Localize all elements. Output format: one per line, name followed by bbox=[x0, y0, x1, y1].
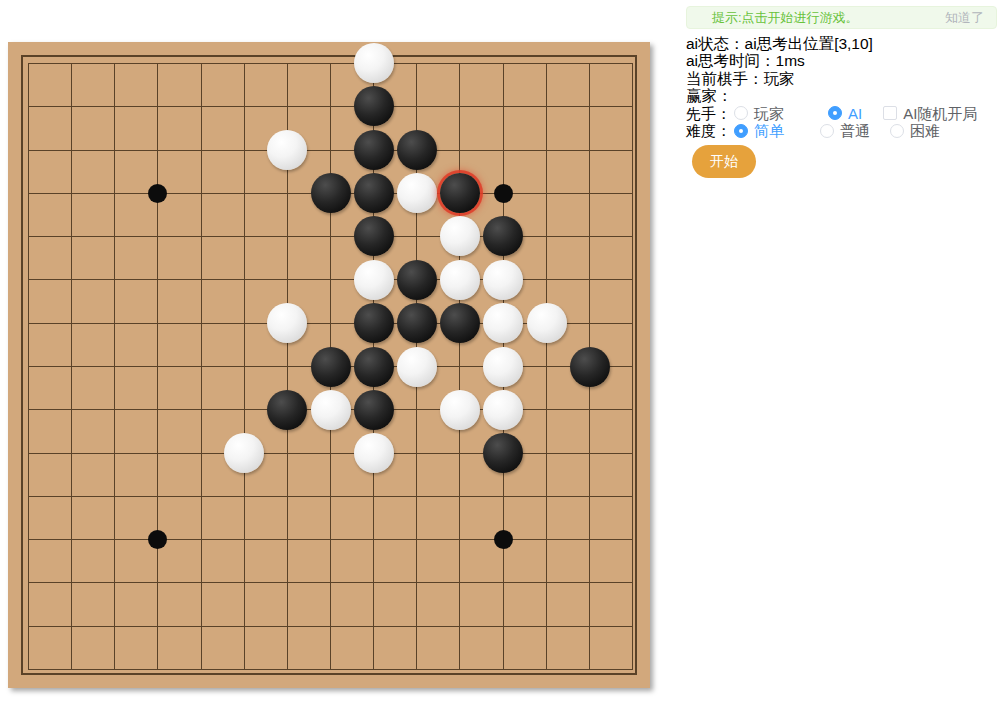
grid-cell bbox=[590, 194, 633, 237]
grid-cell bbox=[72, 151, 115, 194]
grid-cell bbox=[547, 627, 590, 670]
black-stone bbox=[440, 173, 480, 213]
grid-cell bbox=[29, 540, 72, 583]
white-stone bbox=[267, 130, 307, 170]
grid-cell bbox=[288, 237, 331, 280]
grid-cell bbox=[72, 410, 115, 453]
grid-cell bbox=[29, 237, 72, 280]
grid-cell bbox=[115, 410, 158, 453]
grid-cell bbox=[29, 410, 72, 453]
grid-cell bbox=[29, 497, 72, 540]
grid-cell bbox=[245, 237, 288, 280]
radio-difficulty-easy-label: 简单 bbox=[754, 122, 784, 139]
grid-cell bbox=[72, 280, 115, 323]
control-panel: 提示:点击开始进行游戏。 知道了 ai状态：ai思考出位置[3,10] ai思考… bbox=[686, 0, 997, 178]
grid-cell bbox=[72, 454, 115, 497]
status-line-ai-time: ai思考时间：1ms bbox=[686, 52, 997, 69]
grid-cell bbox=[590, 627, 633, 670]
grid-cell bbox=[115, 454, 158, 497]
grid-cell bbox=[590, 151, 633, 194]
difficulty-label: 难度： bbox=[686, 122, 731, 139]
grid-cell bbox=[460, 627, 503, 670]
status-line-winner: 赢家： bbox=[686, 87, 997, 104]
grid-cell bbox=[331, 497, 374, 540]
grid-cell bbox=[504, 627, 547, 670]
checkbox-ai-random-label: AI随机开局 bbox=[903, 105, 977, 122]
grid-cell bbox=[115, 237, 158, 280]
grid-cell bbox=[72, 627, 115, 670]
black-stone bbox=[397, 260, 437, 300]
grid-cell bbox=[72, 497, 115, 540]
grid-cell bbox=[158, 237, 201, 280]
gomoku-board[interactable] bbox=[8, 42, 650, 688]
white-stone bbox=[354, 260, 394, 300]
grid-cell bbox=[590, 410, 633, 453]
start-button[interactable]: 开始 bbox=[692, 145, 756, 178]
radio-icon[interactable] bbox=[890, 124, 904, 138]
grid-cell bbox=[72, 64, 115, 107]
grid-cell bbox=[29, 151, 72, 194]
grid-cell bbox=[331, 540, 374, 583]
grid-cell bbox=[417, 64, 460, 107]
radio-first-ai[interactable]: AI bbox=[828, 105, 862, 122]
grid-cell bbox=[288, 583, 331, 626]
radio-checked-icon[interactable] bbox=[734, 124, 748, 138]
radio-first-ai-label: AI bbox=[848, 105, 862, 122]
grid-cell bbox=[72, 583, 115, 626]
grid-cell bbox=[374, 497, 417, 540]
black-stone bbox=[267, 390, 307, 430]
white-stone bbox=[527, 303, 567, 343]
grid-cell bbox=[29, 583, 72, 626]
black-stone bbox=[440, 303, 480, 343]
radio-icon[interactable] bbox=[734, 106, 748, 120]
white-stone bbox=[397, 173, 437, 213]
status-block: ai状态：ai思考出位置[3,10] ai思考时间：1ms 当前棋手：玩家 赢家… bbox=[686, 35, 997, 178]
white-stone bbox=[483, 347, 523, 387]
grid-cell bbox=[72, 237, 115, 280]
checkbox-ai-random-opening[interactable]: AI随机开局 bbox=[883, 105, 977, 122]
grid-cell bbox=[460, 107, 503, 150]
white-stone bbox=[440, 390, 480, 430]
radio-first-player[interactable]: 玩家 bbox=[734, 105, 784, 122]
status-line-current-player: 当前棋手：玩家 bbox=[686, 70, 997, 87]
grid-cell bbox=[72, 540, 115, 583]
grid-cell bbox=[374, 583, 417, 626]
grid-cell bbox=[245, 627, 288, 670]
black-stone bbox=[354, 390, 394, 430]
black-stone bbox=[570, 347, 610, 387]
radio-checked-icon[interactable] bbox=[828, 106, 842, 120]
black-stone bbox=[311, 347, 351, 387]
grid-cell bbox=[158, 280, 201, 323]
grid-cell bbox=[547, 237, 590, 280]
notice-text: 提示:点击开始进行游戏。 bbox=[712, 9, 859, 27]
grid-cell bbox=[202, 324, 245, 367]
grid-cell bbox=[504, 107, 547, 150]
grid-cell bbox=[29, 107, 72, 150]
grid-cell bbox=[547, 540, 590, 583]
grid-cell bbox=[417, 540, 460, 583]
black-stone bbox=[354, 173, 394, 213]
grid-cell bbox=[158, 107, 201, 150]
grid-cell bbox=[158, 194, 201, 237]
grid-cell bbox=[504, 540, 547, 583]
grid-cell bbox=[417, 627, 460, 670]
grid-cell bbox=[202, 497, 245, 540]
grid-cell bbox=[72, 107, 115, 150]
grid-cell bbox=[288, 64, 331, 107]
grid-cell bbox=[29, 627, 72, 670]
grid-cell bbox=[158, 583, 201, 626]
grid-cell bbox=[590, 454, 633, 497]
first-move-label: 先手： bbox=[686, 105, 731, 122]
grid-cell bbox=[288, 627, 331, 670]
star-point bbox=[494, 184, 513, 203]
grid-cell bbox=[115, 64, 158, 107]
black-stone bbox=[397, 303, 437, 343]
grid-cell bbox=[202, 237, 245, 280]
radio-difficulty-hard[interactable]: 困难 bbox=[890, 122, 940, 139]
grid-cell bbox=[115, 107, 158, 150]
difficulty-row: 难度： 简单 普通 困难 bbox=[686, 122, 997, 139]
grid-cell bbox=[590, 237, 633, 280]
grid-cell bbox=[158, 410, 201, 453]
grid-cell bbox=[245, 583, 288, 626]
checkbox-icon[interactable] bbox=[883, 106, 897, 120]
grid-cell bbox=[288, 497, 331, 540]
grid-cell bbox=[590, 497, 633, 540]
grid-cell bbox=[29, 454, 72, 497]
grid-cell bbox=[202, 194, 245, 237]
grid-cell bbox=[29, 280, 72, 323]
grid-cell bbox=[245, 64, 288, 107]
grid-cell bbox=[158, 64, 201, 107]
grid-cell bbox=[115, 627, 158, 670]
grid-cell bbox=[504, 64, 547, 107]
black-stone bbox=[354, 303, 394, 343]
grid-cell bbox=[245, 540, 288, 583]
grid-cell bbox=[460, 64, 503, 107]
black-stone bbox=[354, 347, 394, 387]
grid-cell bbox=[72, 194, 115, 237]
grid-cell bbox=[504, 583, 547, 626]
grid-cell bbox=[417, 454, 460, 497]
status-line-ai-state: ai状态：ai思考出位置[3,10] bbox=[686, 35, 997, 52]
grid-cell bbox=[72, 367, 115, 410]
white-stone bbox=[397, 347, 437, 387]
grid-cell bbox=[158, 454, 201, 497]
page: 提示:点击开始进行游戏。 知道了 ai状态：ai思考出位置[3,10] ai思考… bbox=[0, 0, 1000, 715]
grid-cell bbox=[590, 107, 633, 150]
grid-cell bbox=[590, 540, 633, 583]
star-point bbox=[148, 184, 167, 203]
white-stone bbox=[440, 260, 480, 300]
grid-cell bbox=[547, 151, 590, 194]
grid-cell bbox=[202, 627, 245, 670]
grid-cell bbox=[29, 367, 72, 410]
grid-cell bbox=[115, 324, 158, 367]
grid-cell bbox=[72, 324, 115, 367]
notice-dismiss-button[interactable]: 知道了 bbox=[945, 9, 984, 27]
radio-difficulty-normal-label: 普通 bbox=[840, 122, 870, 139]
grid-cell bbox=[590, 583, 633, 626]
grid-cell bbox=[202, 583, 245, 626]
radio-difficulty-easy[interactable]: 简单 bbox=[734, 122, 784, 139]
grid-cell bbox=[331, 583, 374, 626]
black-stone bbox=[354, 130, 394, 170]
black-stone bbox=[397, 130, 437, 170]
radio-difficulty-hard-label: 困难 bbox=[910, 122, 940, 139]
grid-cell bbox=[288, 540, 331, 583]
black-stone bbox=[354, 216, 394, 256]
radio-first-player-label: 玩家 bbox=[754, 105, 784, 122]
black-stone bbox=[354, 86, 394, 126]
grid-cell bbox=[374, 627, 417, 670]
grid-cell bbox=[374, 540, 417, 583]
white-stone bbox=[483, 260, 523, 300]
grid-cell bbox=[288, 454, 331, 497]
grid-cell bbox=[202, 280, 245, 323]
notice-bar: 提示:点击开始进行游戏。 知道了 bbox=[686, 6, 997, 29]
radio-icon[interactable] bbox=[820, 124, 834, 138]
black-stone bbox=[311, 173, 351, 213]
grid-cell bbox=[547, 497, 590, 540]
grid-cell bbox=[202, 540, 245, 583]
grid-cell bbox=[202, 64, 245, 107]
grid-cell bbox=[29, 194, 72, 237]
grid-cell bbox=[115, 583, 158, 626]
grid-cell bbox=[547, 454, 590, 497]
grid-cell bbox=[158, 627, 201, 670]
grid-cell bbox=[547, 410, 590, 453]
grid-cell bbox=[202, 367, 245, 410]
grid-cell bbox=[547, 583, 590, 626]
grid-cell bbox=[202, 151, 245, 194]
grid-cell bbox=[460, 583, 503, 626]
grid-cell bbox=[202, 107, 245, 150]
radio-difficulty-normal[interactable]: 普通 bbox=[820, 122, 870, 139]
white-stone bbox=[354, 43, 394, 83]
grid-cell bbox=[29, 324, 72, 367]
grid-cell bbox=[115, 280, 158, 323]
grid-cell bbox=[590, 280, 633, 323]
grid-cell bbox=[115, 367, 158, 410]
grid-cell bbox=[245, 194, 288, 237]
grid-cell bbox=[331, 627, 374, 670]
white-stone bbox=[311, 390, 351, 430]
grid-cell bbox=[547, 64, 590, 107]
grid-cell bbox=[158, 367, 201, 410]
grid-cell bbox=[245, 497, 288, 540]
white-stone bbox=[224, 433, 264, 473]
grid-cell bbox=[417, 583, 460, 626]
grid-cell bbox=[158, 324, 201, 367]
grid-cell bbox=[547, 107, 590, 150]
grid-cell bbox=[590, 64, 633, 107]
first-move-row: 先手： 玩家 AI AI随机开局 bbox=[686, 105, 997, 122]
grid-cell bbox=[29, 64, 72, 107]
grid-cell bbox=[158, 540, 201, 583]
grid-cell bbox=[547, 194, 590, 237]
grid-cell bbox=[417, 497, 460, 540]
white-stone bbox=[354, 433, 394, 473]
white-stone bbox=[483, 390, 523, 430]
